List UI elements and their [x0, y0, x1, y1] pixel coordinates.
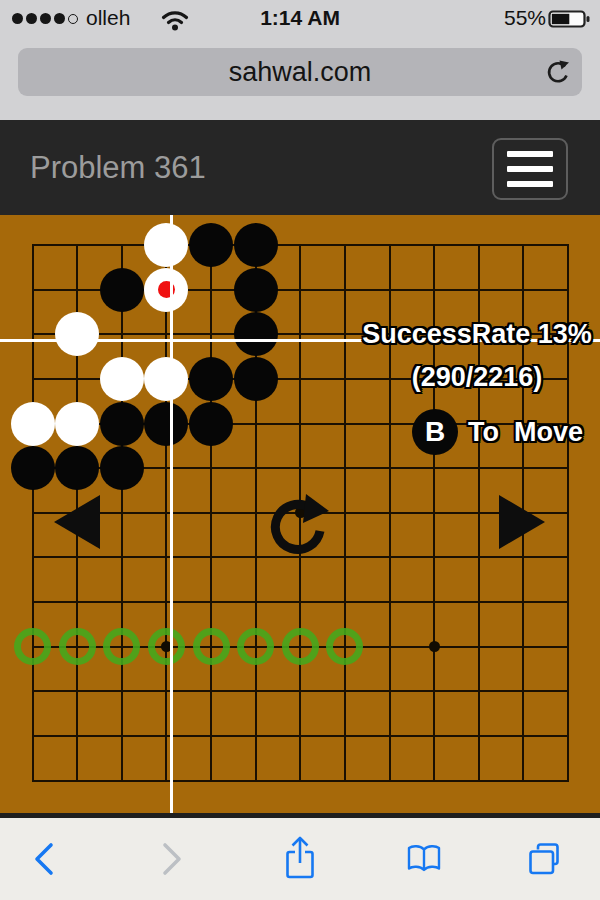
screen: olleh 1:14 AM 55% sahwal.com: [0, 0, 600, 900]
star-point: [429, 641, 440, 652]
grid-line-horizontal: [32, 780, 570, 782]
black-stone: [189, 357, 233, 401]
black-stone: [100, 268, 144, 312]
white-stone: [100, 357, 144, 401]
share-icon: [282, 835, 318, 883]
success-rate-line: SuccessRate 13%: [292, 313, 600, 356]
black-stone: [234, 268, 278, 312]
black-stone: [234, 312, 278, 356]
grid-line-horizontal: [32, 601, 570, 603]
green-circle-marker: [326, 628, 363, 665]
green-circle-marker: [193, 628, 230, 665]
white-stone: [144, 268, 188, 312]
share-button[interactable]: [278, 818, 322, 900]
black-stone: [234, 223, 278, 267]
green-circle-marker: [103, 628, 140, 665]
black-stone: [189, 402, 233, 446]
forward-button[interactable]: [150, 818, 194, 900]
black-stone: [11, 446, 55, 490]
browser-chrome: olleh 1:14 AM 55% sahwal.com: [0, 0, 600, 120]
hamburger-menu-button[interactable]: [492, 138, 568, 200]
back-button[interactable]: [22, 818, 66, 900]
url-text: sahwal.com: [18, 48, 582, 96]
white-stone: [11, 402, 55, 446]
white-stone: [55, 312, 99, 356]
green-circle-marker: [282, 628, 319, 665]
white-stone: [55, 402, 99, 446]
white-stone: [144, 223, 188, 267]
success-rate: SuccessRate 13% (290/2216): [292, 313, 600, 399]
book-icon: [405, 843, 443, 875]
green-circle-marker: [59, 628, 96, 665]
back-chevron-icon: [31, 841, 57, 877]
green-circle-marker: [237, 628, 274, 665]
hamburger-icon: [507, 151, 553, 157]
battery-percent-label: 55%: [504, 6, 546, 30]
green-circle-marker: [148, 628, 185, 665]
left-arrow-icon: [54, 495, 100, 549]
grid-line-horizontal: [32, 690, 570, 692]
battery-icon: [548, 8, 592, 34]
black-stone: [55, 446, 99, 490]
previous-button[interactable]: [54, 495, 100, 553]
rotate-icon: [265, 492, 331, 558]
next-button[interactable]: [499, 495, 545, 553]
tabs-icon: [525, 841, 563, 877]
address-bar[interactable]: sahwal.com: [18, 48, 582, 96]
black-stone: [234, 357, 278, 401]
grid-line-horizontal: [32, 735, 570, 737]
black-stone-badge: B: [412, 409, 458, 455]
black-stone: [189, 223, 233, 267]
rotate-button[interactable]: [265, 492, 331, 562]
right-arrow-icon: [499, 495, 545, 549]
forward-chevron-icon: [159, 841, 185, 877]
bookmarks-button[interactable]: [402, 818, 446, 900]
to-move-label: To Move: [468, 417, 583, 448]
black-stone: [100, 446, 144, 490]
to-move-indicator: B To Move: [412, 409, 583, 455]
status-bar: olleh 1:14 AM 55%: [0, 0, 600, 38]
black-stone: [100, 402, 144, 446]
page-title: Problem 361: [30, 120, 206, 215]
safari-toolbar: [0, 818, 600, 900]
white-stone: [144, 357, 188, 401]
green-circle-marker: [14, 628, 51, 665]
black-stone: [144, 402, 188, 446]
reload-icon[interactable]: [544, 59, 570, 89]
crosshair-vertical-line: [170, 215, 173, 813]
tabs-button[interactable]: [522, 818, 566, 900]
site-header: Problem 361: [0, 120, 600, 215]
success-ratio-line: (290/2216): [292, 356, 600, 399]
